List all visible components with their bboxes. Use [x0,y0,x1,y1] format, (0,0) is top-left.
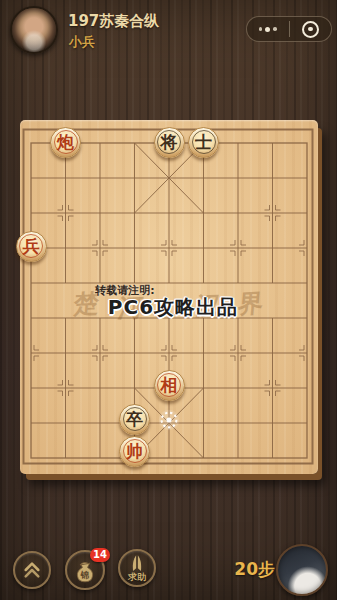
level-subtitle: 小兵 [69,33,95,51]
expand-chevrons-icon [17,555,47,585]
piece-red-elephant[interactable]: 相 [154,370,185,401]
steps-counter: 20步 [205,558,275,581]
more-options-icon [259,27,277,32]
hint-bag-button[interactable]: 锦 14 [65,550,105,590]
miniprogram-capsule [246,16,332,42]
piece-red-soldier[interactable]: 兵 [16,231,47,262]
opponent-avatar[interactable] [276,544,328,596]
piece-black-advisor[interactable]: 士 [188,127,219,158]
watermark-brand: PC6攻略出品 [87,294,259,321]
piece-red-general[interactable]: 帅 [119,436,150,467]
game-screen: 197苏秦合纵 小兵 楚 河 汉 界 转载请注明: PC6攻略出品 炮 将 士 … [0,0,337,600]
ask-help-button[interactable]: 求助 [118,549,156,587]
piece-black-general[interactable]: 将 [154,127,185,158]
target-circle-icon [302,21,319,38]
level-title: 197苏秦合纵 [68,12,159,31]
bag-character: 锦 [80,570,90,580]
piece-black-soldier[interactable]: 卒 [119,404,150,435]
expand-menu-button[interactable] [13,551,51,589]
capsule-close-button[interactable] [290,17,332,41]
ask-help-label: 求助 [120,571,154,584]
more-options-button[interactable] [247,17,289,41]
piece-red-cannon[interactable]: 炮 [50,127,81,158]
hint-count-badge: 14 [90,548,110,562]
level-avatar [10,6,58,54]
